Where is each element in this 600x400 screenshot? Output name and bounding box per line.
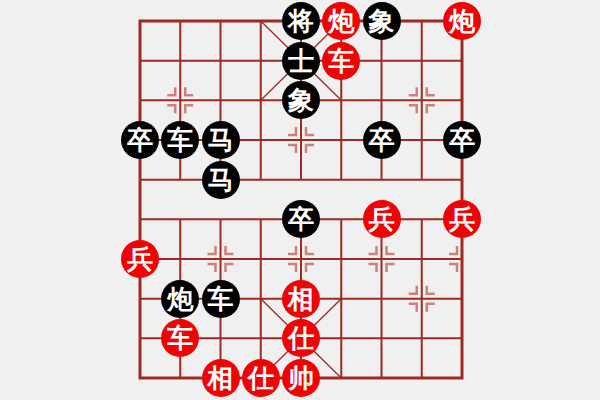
cell-e1[interactable]: 士: [281, 41, 321, 81]
cell-e6[interactable]: [281, 239, 321, 279]
cell-g2[interactable]: [361, 81, 401, 121]
cell-d3[interactable]: [241, 120, 281, 160]
red-elephant[interactable]: 相: [202, 359, 240, 397]
cell-d0[interactable]: [241, 1, 281, 41]
cell-e0[interactable]: 将: [281, 1, 321, 41]
cell-d1[interactable]: [241, 41, 281, 81]
cell-d2[interactable]: [241, 81, 281, 121]
cell-h4[interactable]: [402, 160, 442, 200]
red-chariot[interactable]: 车: [322, 42, 360, 80]
cell-c1[interactable]: [200, 41, 240, 81]
red-soldier[interactable]: 兵: [363, 200, 401, 238]
cell-i5[interactable]: 兵: [442, 199, 482, 239]
cell-i8[interactable]: [442, 318, 482, 358]
cell-i0[interactable]: 炮: [442, 1, 482, 41]
cell-g3[interactable]: 卒: [361, 120, 401, 160]
cell-g7[interactable]: [361, 279, 401, 319]
cell-c9[interactable]: 相: [200, 358, 240, 398]
cell-b8[interactable]: 车: [160, 318, 200, 358]
cell-g8[interactable]: [361, 318, 401, 358]
xiangqi-board: 将炮象炮士车象卒车马卒卒马卒兵兵兵炮车相车仕相仕帅: [0, 0, 600, 400]
black-advisor[interactable]: 士: [282, 42, 320, 80]
cell-h9[interactable]: [402, 358, 442, 398]
cell-g5[interactable]: 兵: [361, 199, 401, 239]
cell-d6[interactable]: [241, 239, 281, 279]
cell-a7[interactable]: [120, 279, 160, 319]
black-elephant[interactable]: 象: [363, 2, 401, 40]
black-soldier[interactable]: 卒: [443, 121, 481, 159]
cell-b4[interactable]: [160, 160, 200, 200]
cell-a4[interactable]: [120, 160, 160, 200]
cell-a1[interactable]: [120, 41, 160, 81]
cell-h1[interactable]: [402, 41, 442, 81]
cell-e2[interactable]: 象: [281, 81, 321, 121]
cell-b0[interactable]: [160, 1, 200, 41]
cell-e8[interactable]: 仕: [281, 318, 321, 358]
cell-h5[interactable]: [402, 199, 442, 239]
cell-d5[interactable]: [241, 199, 281, 239]
cell-i2[interactable]: [442, 81, 482, 121]
cell-i1[interactable]: [442, 41, 482, 81]
cell-a2[interactable]: [120, 81, 160, 121]
cell-b1[interactable]: [160, 41, 200, 81]
black-soldier[interactable]: 卒: [282, 200, 320, 238]
cell-f9[interactable]: [321, 358, 361, 398]
cell-a8[interactable]: [120, 318, 160, 358]
red-advisor[interactable]: 仕: [282, 319, 320, 357]
board-cells: 将炮象炮士车象卒车马卒卒马卒兵兵兵炮车相车仕相仕帅: [120, 1, 482, 398]
cell-e3[interactable]: [281, 120, 321, 160]
cell-c4[interactable]: 马: [200, 160, 240, 200]
cell-h6[interactable]: [402, 239, 442, 279]
cell-h2[interactable]: [402, 81, 442, 121]
cell-i6[interactable]: [442, 239, 482, 279]
black-soldier[interactable]: 卒: [121, 121, 159, 159]
cell-a9[interactable]: [120, 358, 160, 398]
cell-f4[interactable]: [321, 160, 361, 200]
cell-f1[interactable]: 车: [321, 41, 361, 81]
cell-g6[interactable]: [361, 239, 401, 279]
red-soldier[interactable]: 兵: [121, 240, 159, 278]
cell-f0[interactable]: 炮: [321, 1, 361, 41]
cell-g4[interactable]: [361, 160, 401, 200]
cell-d7[interactable]: [241, 279, 281, 319]
cell-i4[interactable]: [442, 160, 482, 200]
red-elephant[interactable]: 相: [282, 280, 320, 318]
cell-c6[interactable]: [200, 239, 240, 279]
cell-g9[interactable]: [361, 358, 401, 398]
cell-b7[interactable]: 炮: [160, 279, 200, 319]
cell-d9[interactable]: 仕: [241, 358, 281, 398]
red-advisor[interactable]: 仕: [242, 359, 280, 397]
cell-e9[interactable]: 帅: [281, 358, 321, 398]
cell-c7[interactable]: 车: [200, 279, 240, 319]
cell-a5[interactable]: [120, 199, 160, 239]
cell-b3[interactable]: 车: [160, 120, 200, 160]
cell-i9[interactable]: [442, 358, 482, 398]
black-cannon[interactable]: 炮: [161, 280, 199, 318]
red-chariot[interactable]: 车: [161, 319, 199, 357]
black-chariot[interactable]: 车: [202, 280, 240, 318]
cell-f5[interactable]: [321, 199, 361, 239]
cell-g0[interactable]: 象: [361, 1, 401, 41]
cell-i3[interactable]: 卒: [442, 120, 482, 160]
cell-e4[interactable]: [281, 160, 321, 200]
cell-f7[interactable]: [321, 279, 361, 319]
cell-d4[interactable]: [241, 160, 281, 200]
cell-b5[interactable]: [160, 199, 200, 239]
red-soldier[interactable]: 兵: [443, 200, 481, 238]
cell-f6[interactable]: [321, 239, 361, 279]
cell-f8[interactable]: [321, 318, 361, 358]
cell-f3[interactable]: [321, 120, 361, 160]
cell-c0[interactable]: [200, 1, 240, 41]
cell-d8[interactable]: [241, 318, 281, 358]
cell-h8[interactable]: [402, 318, 442, 358]
black-general[interactable]: 将: [282, 2, 320, 40]
cell-e5[interactable]: 卒: [281, 199, 321, 239]
cell-a3[interactable]: 卒: [120, 120, 160, 160]
cell-g1[interactable]: [361, 41, 401, 81]
cell-a6[interactable]: 兵: [120, 239, 160, 279]
cell-f2[interactable]: [321, 81, 361, 121]
cell-a0[interactable]: [120, 1, 160, 41]
red-general[interactable]: 帅: [282, 359, 320, 397]
cell-h7[interactable]: [402, 279, 442, 319]
black-chariot[interactable]: 车: [161, 121, 199, 159]
cell-b9[interactable]: [160, 358, 200, 398]
black-elephant[interactable]: 象: [282, 81, 320, 119]
red-cannon[interactable]: 炮: [322, 2, 360, 40]
cell-i7[interactable]: [442, 279, 482, 319]
cell-e7[interactable]: 相: [281, 279, 321, 319]
black-soldier[interactable]: 卒: [363, 121, 401, 159]
cell-h0[interactable]: [402, 1, 442, 41]
cell-b6[interactable]: [160, 239, 200, 279]
cell-h3[interactable]: [402, 120, 442, 160]
cell-c5[interactable]: [200, 199, 240, 239]
red-cannon[interactable]: 炮: [443, 2, 481, 40]
cell-c3[interactable]: 马: [200, 120, 240, 160]
black-horse[interactable]: 马: [202, 121, 240, 159]
black-horse[interactable]: 马: [202, 161, 240, 199]
cell-c8[interactable]: [200, 318, 240, 358]
cell-c2[interactable]: [200, 81, 240, 121]
cell-b2[interactable]: [160, 81, 200, 121]
